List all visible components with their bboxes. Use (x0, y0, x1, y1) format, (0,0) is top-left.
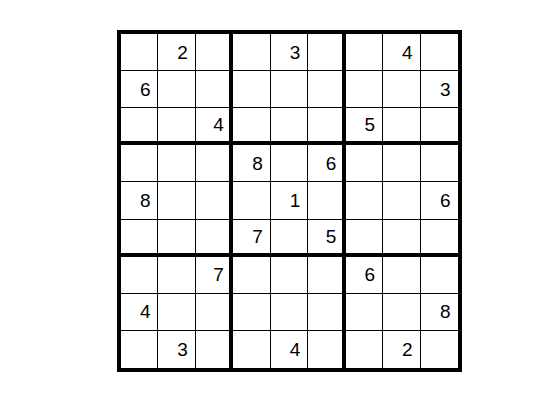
cell-r6c5[interactable] (271, 220, 308, 257)
cell-r7c9[interactable] (421, 257, 458, 294)
cell-r9c3[interactable] (196, 331, 233, 368)
cell-r4c8[interactable] (383, 145, 420, 182)
cell-r8c8[interactable] (383, 294, 420, 331)
cell-r8c5[interactable] (271, 294, 308, 331)
cell-r5c5[interactable]: 1 (271, 182, 308, 219)
cell-r4c7[interactable] (346, 145, 383, 182)
cell-r9c5[interactable]: 4 (271, 331, 308, 368)
cell-r4c9[interactable] (421, 145, 458, 182)
cell-r7c5[interactable] (271, 257, 308, 294)
cell-r5c3[interactable] (196, 182, 233, 219)
cell-r6c8[interactable] (383, 220, 420, 257)
cell-r1c1[interactable] (121, 34, 158, 71)
cell-r4c4[interactable]: 8 (233, 145, 270, 182)
cell-r7c1[interactable] (121, 257, 158, 294)
cell-r7c8[interactable] (383, 257, 420, 294)
cell-r5c4[interactable] (233, 182, 270, 219)
cell-r2c3[interactable] (196, 71, 233, 108)
cell-r9c6[interactable] (308, 331, 345, 368)
cell-r2c7[interactable] (346, 71, 383, 108)
cell-r6c4[interactable]: 7 (233, 220, 270, 257)
cell-r6c7[interactable] (346, 220, 383, 257)
cell-r9c7[interactable] (346, 331, 383, 368)
cell-r7c4[interactable] (233, 257, 270, 294)
cell-r1c6[interactable] (308, 34, 345, 71)
cell-r5c1[interactable]: 8 (121, 182, 158, 219)
cell-r7c6[interactable] (308, 257, 345, 294)
cell-r2c2[interactable] (158, 71, 195, 108)
cell-r2c8[interactable] (383, 71, 420, 108)
cell-r4c3[interactable] (196, 145, 233, 182)
cell-r6c6[interactable]: 5 (308, 220, 345, 257)
cell-r1c7[interactable] (346, 34, 383, 71)
sudoku-board: 2 3 4 6 3 4 5 8 6 8 (117, 30, 462, 372)
cell-r1c9[interactable] (421, 34, 458, 71)
cell-r5c7[interactable] (346, 182, 383, 219)
cell-r6c1[interactable] (121, 220, 158, 257)
cell-r5c6[interactable] (308, 182, 345, 219)
cell-r2c9[interactable]: 3 (421, 71, 458, 108)
cell-r1c5[interactable]: 3 (271, 34, 308, 71)
cell-r3c2[interactable] (158, 108, 195, 145)
cell-r8c3[interactable] (196, 294, 233, 331)
cell-r8c9[interactable]: 8 (421, 294, 458, 331)
cell-r7c7[interactable]: 6 (346, 257, 383, 294)
cell-r3c3[interactable]: 4 (196, 108, 233, 145)
cell-r3c4[interactable] (233, 108, 270, 145)
cell-r8c4[interactable] (233, 294, 270, 331)
cell-r3c7[interactable]: 5 (346, 108, 383, 145)
cell-r2c4[interactable] (233, 71, 270, 108)
cell-r2c1[interactable]: 6 (121, 71, 158, 108)
cell-r3c1[interactable] (121, 108, 158, 145)
cell-r8c6[interactable] (308, 294, 345, 331)
cell-r1c4[interactable] (233, 34, 270, 71)
cell-r5c8[interactable] (383, 182, 420, 219)
cell-r2c5[interactable] (271, 71, 308, 108)
cell-r7c3[interactable]: 7 (196, 257, 233, 294)
cell-r3c6[interactable] (308, 108, 345, 145)
figure-canvas: 2 3 4 6 3 4 5 8 6 8 (0, 0, 560, 420)
cell-r3c8[interactable] (383, 108, 420, 145)
cell-r5c2[interactable] (158, 182, 195, 219)
cell-r6c2[interactable] (158, 220, 195, 257)
cell-r9c2[interactable]: 3 (158, 331, 195, 368)
cell-r4c5[interactable] (271, 145, 308, 182)
cell-r7c2[interactable] (158, 257, 195, 294)
cell-r2c6[interactable] (308, 71, 345, 108)
cell-r9c9[interactable] (421, 331, 458, 368)
cell-r8c7[interactable] (346, 294, 383, 331)
cell-r4c6[interactable]: 6 (308, 145, 345, 182)
cell-r5c9[interactable]: 6 (421, 182, 458, 219)
cell-r1c8[interactable]: 4 (383, 34, 420, 71)
cell-r3c9[interactable] (421, 108, 458, 145)
cell-r9c1[interactable] (121, 331, 158, 368)
cell-r3c5[interactable] (271, 108, 308, 145)
cell-r9c8[interactable]: 2 (383, 331, 420, 368)
cell-r4c2[interactable] (158, 145, 195, 182)
cell-r6c3[interactable] (196, 220, 233, 257)
cell-r9c4[interactable] (233, 331, 270, 368)
cell-r6c9[interactable] (421, 220, 458, 257)
cell-r8c1[interactable]: 4 (121, 294, 158, 331)
cell-r8c2[interactable] (158, 294, 195, 331)
cell-r4c1[interactable] (121, 145, 158, 182)
cell-r1c3[interactable] (196, 34, 233, 71)
cell-r1c2[interactable]: 2 (158, 34, 195, 71)
